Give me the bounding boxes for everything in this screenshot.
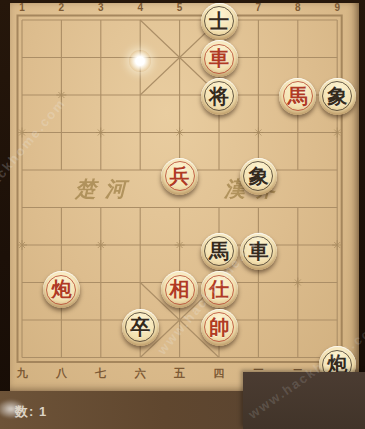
col-label-top-9: 9 (334, 2, 340, 14)
col-label-bottom-六: 六 (135, 367, 146, 379)
piece-glyph: 兵 (170, 158, 190, 195)
col-label-bottom-八: 八 (56, 367, 67, 379)
piece-glyph: 仕 (209, 271, 229, 308)
piece-glyph: 相 (170, 271, 190, 308)
piece-black-馬[interactable]: 馬 (201, 233, 238, 270)
col-label-bottom-四: 四 (214, 367, 225, 379)
move-count-status: 数: 1 (15, 403, 47, 421)
piece-black-車[interactable]: 車 (240, 233, 277, 270)
piece-glyph: 炮 (51, 271, 71, 308)
piece-black-将[interactable]: 将 (201, 78, 238, 115)
piece-red-相[interactable]: 相 (161, 271, 198, 308)
move-count-label: 数: (15, 404, 34, 419)
piece-glyph: 馬 (288, 78, 308, 115)
hint-marker-glow (129, 50, 151, 72)
col-label-top-3: 3 (98, 2, 104, 14)
col-label-bottom-五: 五 (174, 367, 185, 379)
col-label-bottom-九: 九 (17, 367, 28, 379)
col-label-top-1: 1 (19, 2, 25, 14)
xiangqi-app-window: 123456789 九八七六五四三二一 楚河 漢界 士車将馬象兵象馬車炮相仕卒帥… (0, 0, 365, 429)
piece-glyph: 将 (209, 78, 229, 115)
river-text-left: 楚河 (75, 175, 135, 203)
bottom-right-overlay (243, 372, 365, 429)
move-count-value: 1 (39, 404, 47, 419)
piece-glyph: 車 (209, 40, 229, 77)
piece-glyph: 車 (248, 233, 268, 270)
piece-glyph: 士 (209, 3, 229, 40)
piece-glyph: 象 (248, 158, 268, 195)
piece-black-象[interactable]: 象 (240, 158, 277, 195)
piece-black-卒[interactable]: 卒 (122, 309, 159, 346)
piece-glyph: 卒 (130, 309, 150, 346)
piece-red-兵[interactable]: 兵 (161, 158, 198, 195)
piece-glyph: 馬 (209, 233, 229, 270)
col-label-bottom-七: 七 (95, 367, 106, 379)
col-label-top-8: 8 (295, 2, 301, 14)
piece-black-士[interactable]: 士 (201, 3, 238, 40)
piece-red-炮[interactable]: 炮 (43, 271, 80, 308)
col-label-top-2: 2 (59, 2, 65, 14)
piece-red-馬[interactable]: 馬 (279, 78, 316, 115)
piece-glyph: 象 (327, 78, 347, 115)
col-label-top-4: 4 (137, 2, 143, 14)
xiangqi-board[interactable] (10, 3, 359, 391)
piece-glyph: 帥 (209, 309, 229, 346)
piece-red-仕[interactable]: 仕 (201, 271, 238, 308)
col-label-top-7: 7 (256, 2, 262, 14)
col-label-top-5: 5 (177, 2, 183, 14)
piece-red-車[interactable]: 車 (201, 40, 238, 77)
piece-black-象[interactable]: 象 (319, 78, 356, 115)
piece-red-帥[interactable]: 帥 (201, 309, 238, 346)
